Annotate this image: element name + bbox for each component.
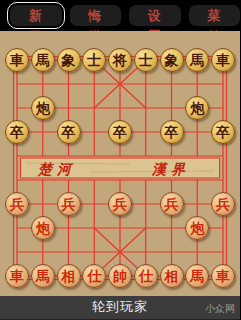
board-intersection[interactable] (30, 144, 56, 168)
piece-bp[interactable]: 卒 (211, 120, 235, 144)
board-intersection[interactable] (56, 240, 82, 264)
board-intersection[interactable] (81, 168, 107, 192)
status-bar: 轮到玩家 小众网 (0, 296, 240, 320)
board-intersection[interactable] (107, 168, 133, 192)
board-intersection[interactable] (159, 168, 185, 192)
piece-glyph: 卒 (113, 125, 127, 139)
board-intersection[interactable] (81, 192, 107, 216)
board-intersection[interactable]: 将 (107, 48, 133, 72)
board-intersection[interactable]: 炮 (184, 96, 210, 120)
board-intersection[interactable] (159, 216, 185, 240)
board-intersection[interactable]: 車 (210, 264, 236, 288)
board-intersection[interactable]: 仕 (81, 264, 107, 288)
board-intersection[interactable] (30, 192, 56, 216)
board-intersection[interactable] (133, 192, 159, 216)
board-intersection[interactable]: 象 (56, 48, 82, 72)
board-intersection[interactable] (184, 240, 210, 264)
piece-bk[interactable]: 将 (108, 48, 132, 72)
piece-glyph: 象 (62, 53, 76, 67)
board-intersection[interactable] (4, 144, 30, 168)
board-intersection[interactable] (159, 144, 185, 168)
piece-rr[interactable]: 車 (211, 264, 235, 288)
board-intersection[interactable]: 車 (210, 48, 236, 72)
board-grid: 車馬象士将士象馬車炮炮卒卒卒卒卒兵兵兵兵兵炮炮車馬相仕帥仕相馬車 (4, 48, 236, 288)
board-intersection[interactable] (56, 168, 82, 192)
board-intersection[interactable]: 兵 (210, 192, 236, 216)
board-intersection[interactable]: 象 (159, 48, 185, 72)
piece-glyph: 卒 (165, 125, 179, 139)
board-intersection[interactable]: 卒 (210, 120, 236, 144)
piece-rp[interactable]: 兵 (160, 192, 184, 216)
piece-ba[interactable]: 士 (134, 48, 158, 72)
piece-glyph: 兵 (216, 197, 230, 211)
piece-glyph: 炮 (36, 101, 50, 115)
piece-glyph: 馬 (190, 269, 204, 283)
piece-glyph: 将 (113, 53, 127, 67)
board-intersection[interactable] (81, 72, 107, 96)
new-game-button[interactable]: 新开 (10, 5, 62, 26)
piece-rp[interactable]: 兵 (57, 192, 81, 216)
board-intersection[interactable]: 仕 (133, 264, 159, 288)
piece-bb[interactable]: 象 (57, 48, 81, 72)
piece-bn[interactable]: 馬 (31, 48, 55, 72)
board-intersection[interactable] (81, 120, 107, 144)
board-intersection[interactable] (56, 96, 82, 120)
menu-button[interactable]: 菜单 (189, 5, 241, 26)
piece-rb[interactable]: 相 (57, 264, 81, 288)
piece-glyph: 象 (165, 53, 179, 67)
piece-bc[interactable]: 炮 (31, 96, 55, 120)
piece-ra[interactable]: 仕 (82, 264, 106, 288)
board-intersection[interactable] (210, 168, 236, 192)
board-intersection[interactable]: 兵 (4, 192, 30, 216)
board-intersection[interactable] (107, 240, 133, 264)
board-intersection[interactable] (4, 96, 30, 120)
board-intersection[interactable]: 馬 (30, 264, 56, 288)
piece-glyph: 卒 (62, 125, 76, 139)
board-intersection[interactable] (107, 96, 133, 120)
piece-glyph: 炮 (190, 101, 204, 115)
board-intersection[interactable]: 炮 (30, 96, 56, 120)
board-intersection[interactable] (30, 72, 56, 96)
board-intersection[interactable] (133, 72, 159, 96)
board-intersection[interactable] (81, 216, 107, 240)
piece-glyph: 兵 (10, 197, 24, 211)
piece-rr[interactable]: 車 (5, 264, 29, 288)
board-intersection[interactable] (4, 168, 30, 192)
piece-glyph: 馬 (36, 53, 50, 67)
board-intersection[interactable]: 卒 (56, 120, 82, 144)
board-intersection[interactable] (184, 168, 210, 192)
piece-glyph: 炮 (36, 221, 50, 235)
board-intersection[interactable] (184, 144, 210, 168)
board-intersection[interactable] (210, 96, 236, 120)
board-intersection[interactable]: 相 (56, 264, 82, 288)
board-intersection[interactable]: 兵 (107, 192, 133, 216)
piece-glyph: 仕 (139, 269, 153, 283)
piece-glyph: 卒 (216, 125, 230, 139)
piece-glyph: 士 (87, 53, 101, 67)
piece-glyph: 車 (10, 269, 24, 283)
board-intersection[interactable] (4, 216, 30, 240)
board-intersection[interactable] (4, 240, 30, 264)
piece-rc[interactable]: 炮 (185, 216, 209, 240)
piece-bb[interactable]: 象 (160, 48, 184, 72)
piece-bp[interactable]: 卒 (57, 120, 81, 144)
board-intersection[interactable] (184, 192, 210, 216)
board-intersection[interactable] (133, 216, 159, 240)
piece-bn[interactable]: 馬 (185, 48, 209, 72)
board-intersection[interactable]: 卒 (159, 120, 185, 144)
board-intersection[interactable] (184, 120, 210, 144)
piece-br[interactable]: 車 (211, 48, 235, 72)
settings-button[interactable]: 设置 (129, 5, 181, 26)
board-intersection[interactable]: 車 (4, 264, 30, 288)
piece-rk[interactable]: 帥 (108, 264, 132, 288)
piece-glyph: 卒 (10, 125, 24, 139)
board-intersection[interactable] (133, 144, 159, 168)
board-intersection[interactable] (210, 72, 236, 96)
board-intersection[interactable]: 相 (159, 264, 185, 288)
piece-rp[interactable]: 兵 (108, 192, 132, 216)
board-intersection[interactable] (107, 144, 133, 168)
board-intersection[interactable] (159, 240, 185, 264)
piece-glyph: 兵 (165, 197, 179, 211)
board-intersection[interactable] (159, 72, 185, 96)
board-intersection[interactable] (56, 216, 82, 240)
piece-rb[interactable]: 相 (160, 264, 184, 288)
piece-glyph: 車 (10, 53, 24, 67)
board-intersection[interactable] (107, 216, 133, 240)
piece-glyph: 馬 (190, 53, 204, 67)
board-intersection[interactable]: 馬 (184, 264, 210, 288)
piece-glyph: 士 (139, 53, 153, 67)
board-intersection[interactable] (56, 72, 82, 96)
board-intersection[interactable] (81, 96, 107, 120)
piece-glyph: 相 (165, 269, 179, 283)
board-intersection[interactable] (184, 72, 210, 96)
piece-glyph: 仕 (87, 269, 101, 283)
piece-glyph: 兵 (113, 197, 127, 211)
piece-glyph: 相 (62, 269, 76, 283)
board-intersection[interactable] (133, 168, 159, 192)
board-intersection[interactable] (159, 96, 185, 120)
board-intersection[interactable] (210, 216, 236, 240)
piece-br[interactable]: 車 (5, 48, 29, 72)
board-intersection[interactable]: 馬 (184, 48, 210, 72)
piece-glyph: 車 (216, 53, 230, 67)
board-intersection[interactable]: 卒 (107, 120, 133, 144)
piece-glyph: 炮 (190, 221, 204, 235)
board-intersection[interactable]: 卒 (4, 120, 30, 144)
board-intersection[interactable]: 兵 (56, 192, 82, 216)
undo-move-button[interactable]: 悔棋 (70, 5, 122, 26)
piece-rn[interactable]: 馬 (31, 264, 55, 288)
piece-bp[interactable]: 卒 (108, 120, 132, 144)
piece-bp[interactable]: 卒 (160, 120, 184, 144)
toolbar: 新开 悔棋 设置 菜单 (0, 0, 240, 31)
board-intersection[interactable]: 車 (4, 48, 30, 72)
board-intersection[interactable] (133, 120, 159, 144)
piece-ba[interactable]: 士 (82, 48, 106, 72)
xiangqi-board: 楚河 漢界 車馬象士将士象馬車炮炮卒卒卒卒卒兵兵兵兵兵炮炮車馬相仕帥仕相馬車 (0, 31, 240, 296)
piece-rc[interactable]: 炮 (31, 216, 55, 240)
piece-glyph: 帥 (113, 269, 127, 283)
piece-ra[interactable]: 仕 (134, 264, 158, 288)
piece-rp[interactable]: 兵 (211, 192, 235, 216)
board-intersection[interactable] (210, 144, 236, 168)
piece-glyph: 馬 (36, 269, 50, 283)
board-intersection[interactable] (210, 240, 236, 264)
board-intersection[interactable]: 馬 (30, 48, 56, 72)
board-intersection[interactable] (56, 144, 82, 168)
board-intersection[interactable]: 帥 (107, 264, 133, 288)
piece-bc[interactable]: 炮 (185, 96, 209, 120)
piece-rn[interactable]: 馬 (185, 264, 209, 288)
board-intersection[interactable] (81, 144, 107, 168)
board-intersection[interactable] (30, 168, 56, 192)
board-intersection[interactable]: 兵 (159, 192, 185, 216)
piece-glyph: 兵 (62, 197, 76, 211)
piece-rp[interactable]: 兵 (5, 192, 29, 216)
turn-indicator: 轮到玩家 (0, 298, 240, 316)
board-intersection[interactable] (30, 120, 56, 144)
board-intersection[interactable]: 士 (81, 48, 107, 72)
board-intersection[interactable] (133, 240, 159, 264)
board-intersection[interactable]: 士 (133, 48, 159, 72)
board-intersection[interactable] (4, 72, 30, 96)
board-intersection[interactable] (107, 72, 133, 96)
piece-glyph: 車 (216, 269, 230, 283)
board-intersection[interactable]: 炮 (184, 216, 210, 240)
board-intersection[interactable]: 炮 (30, 216, 56, 240)
watermark: 小众网 (205, 302, 235, 316)
board-intersection[interactable] (81, 240, 107, 264)
board-intersection[interactable] (30, 240, 56, 264)
piece-bp[interactable]: 卒 (5, 120, 29, 144)
board-intersection[interactable] (133, 96, 159, 120)
